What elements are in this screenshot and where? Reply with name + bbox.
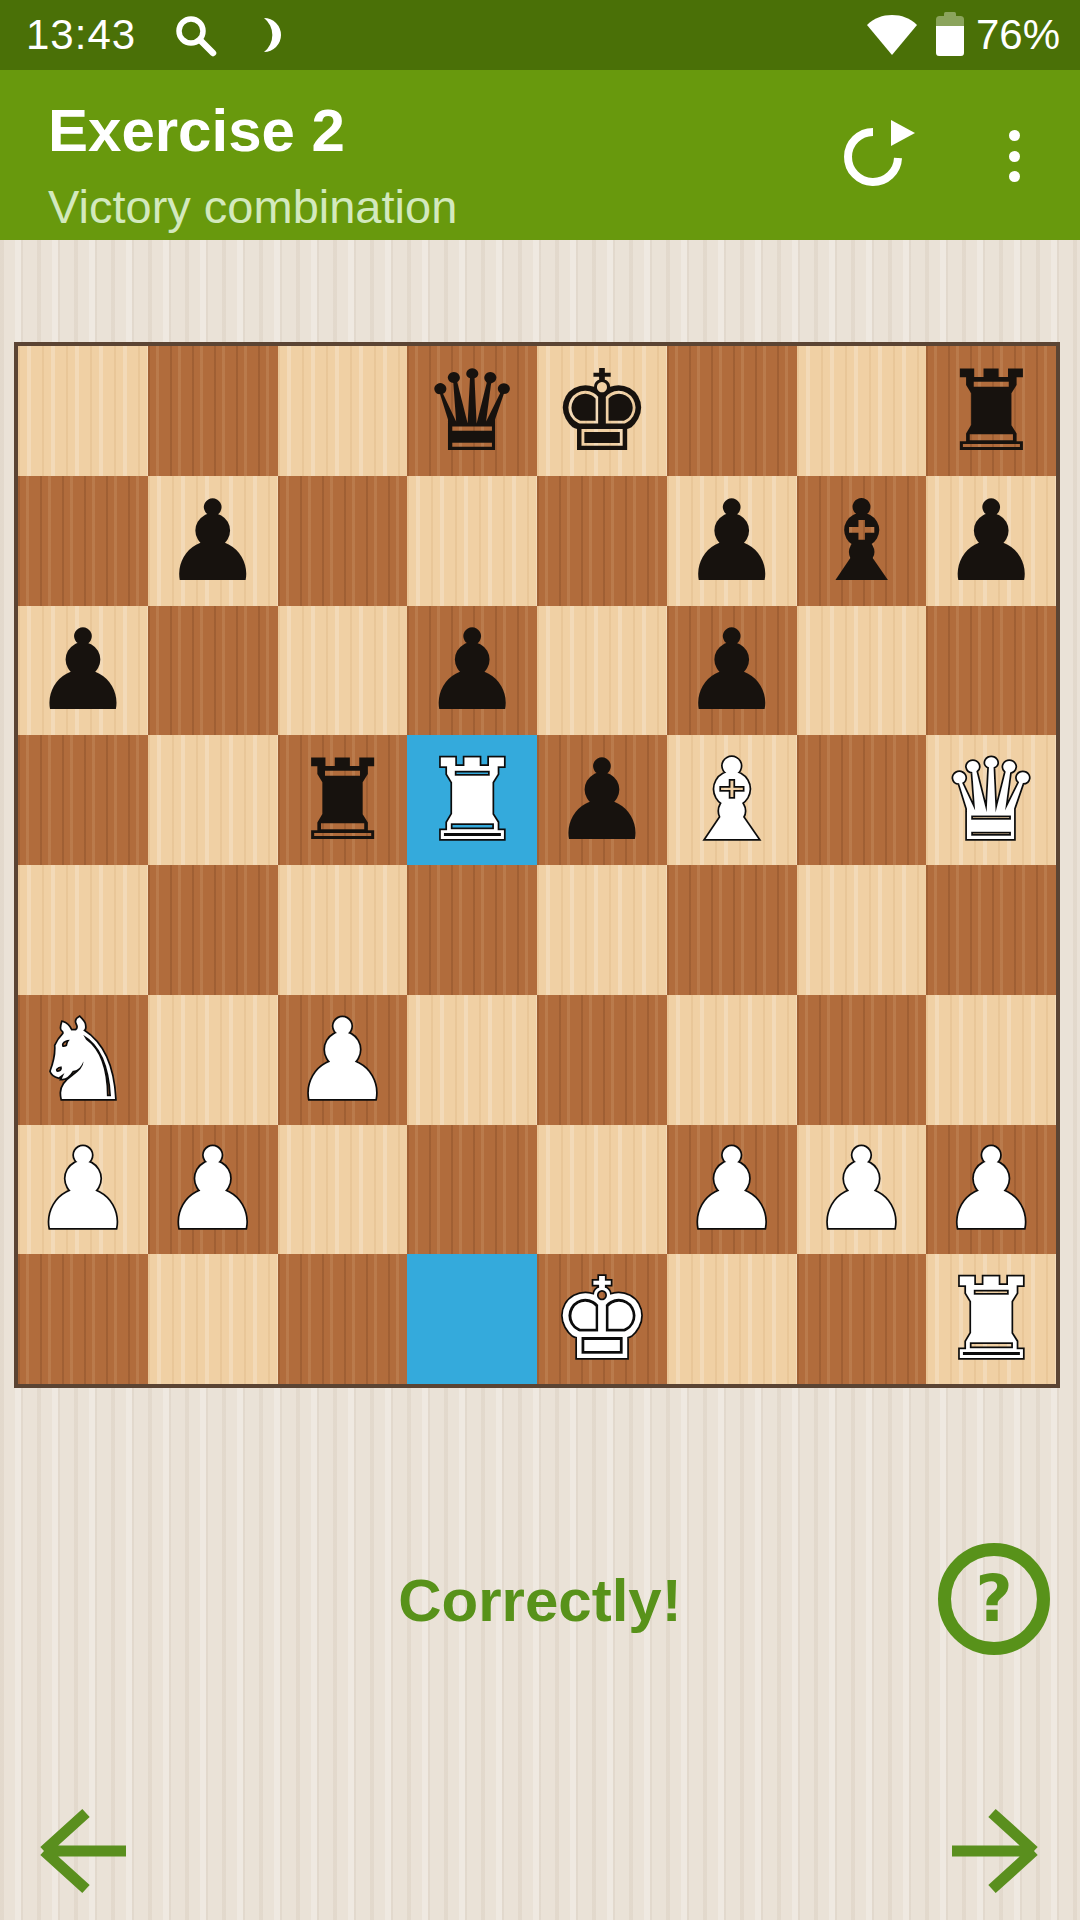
square-g8[interactable] [797, 346, 927, 476]
square-g5[interactable] [797, 735, 927, 865]
search-icon[interactable] [172, 12, 218, 58]
white-rook: ♜ [422, 737, 522, 863]
square-b2[interactable]: ♟ [148, 1125, 278, 1255]
square-e4[interactable] [537, 865, 667, 995]
square-d4[interactable] [407, 865, 537, 995]
square-b3[interactable] [148, 995, 278, 1125]
square-c2[interactable] [278, 1125, 408, 1255]
black-pawn: ♟ [162, 478, 262, 604]
square-a5[interactable] [18, 735, 148, 865]
square-a6[interactable]: ♟ [18, 606, 148, 736]
square-e7[interactable] [537, 476, 667, 606]
square-a1[interactable] [18, 1254, 148, 1384]
square-a4[interactable] [18, 865, 148, 995]
square-c7[interactable] [278, 476, 408, 606]
square-g1[interactable] [797, 1254, 927, 1384]
white-pawn: ♟ [941, 1126, 1041, 1252]
white-pawn: ♟ [681, 1126, 781, 1252]
square-d5[interactable]: ♜ [407, 735, 537, 865]
square-h3[interactable] [926, 995, 1056, 1125]
status-bar: 13:43 76% [0, 0, 1080, 70]
square-b8[interactable] [148, 346, 278, 476]
square-f5[interactable]: ♝ [667, 735, 797, 865]
chess-board: ♛♚♜♟♟♝♟♟♟♟♜♜♟♝♛♞♟♟♟♟♟♟♚♜ [14, 342, 1060, 1388]
prev-arrow-button[interactable] [28, 1806, 130, 1896]
square-d2[interactable] [407, 1125, 537, 1255]
square-h5[interactable]: ♛ [926, 735, 1056, 865]
square-b6[interactable] [148, 606, 278, 736]
black-rook: ♜ [292, 737, 392, 863]
black-pawn: ♟ [422, 607, 522, 733]
square-g3[interactable] [797, 995, 927, 1125]
square-f3[interactable] [667, 995, 797, 1125]
page-subtitle: Victory combination [48, 182, 457, 232]
black-bishop: ♝ [811, 478, 911, 604]
square-d8[interactable]: ♛ [407, 346, 537, 476]
square-d7[interactable] [407, 476, 537, 606]
overflow-dot [1009, 171, 1020, 182]
square-d1[interactable] [407, 1254, 537, 1384]
app-bar-titles: Exercise 2 Victory combination [48, 100, 457, 232]
next-arrow-button[interactable] [948, 1806, 1050, 1896]
square-h8[interactable]: ♜ [926, 346, 1056, 476]
square-a2[interactable]: ♟ [18, 1125, 148, 1255]
white-king: ♚ [552, 1256, 652, 1382]
square-a7[interactable] [18, 476, 148, 606]
white-pawn: ♟ [811, 1126, 911, 1252]
square-a3[interactable]: ♞ [18, 995, 148, 1125]
square-d6[interactable]: ♟ [407, 606, 537, 736]
square-e8[interactable]: ♚ [537, 346, 667, 476]
black-pawn: ♟ [33, 607, 133, 733]
square-d3[interactable] [407, 995, 537, 1125]
square-e2[interactable] [537, 1125, 667, 1255]
square-c8[interactable] [278, 346, 408, 476]
white-queen: ♛ [941, 737, 1041, 863]
square-f8[interactable] [667, 346, 797, 476]
white-pawn: ♟ [292, 997, 392, 1123]
square-e6[interactable] [537, 606, 667, 736]
square-b1[interactable] [148, 1254, 278, 1384]
app-bar: Exercise 2 Victory combination [0, 70, 1080, 240]
black-pawn: ♟ [552, 737, 652, 863]
white-knight: ♞ [33, 997, 133, 1123]
square-h4[interactable] [926, 865, 1056, 995]
square-g6[interactable] [797, 606, 927, 736]
square-b5[interactable] [148, 735, 278, 865]
square-c5[interactable]: ♜ [278, 735, 408, 865]
square-a8[interactable] [18, 346, 148, 476]
square-b7[interactable]: ♟ [148, 476, 278, 606]
square-e1[interactable]: ♚ [537, 1254, 667, 1384]
square-g4[interactable] [797, 865, 927, 995]
square-f4[interactable] [667, 865, 797, 995]
black-king: ♚ [552, 348, 652, 474]
overflow-menu-icon[interactable] [1002, 130, 1026, 182]
black-rook: ♜ [941, 348, 1041, 474]
square-c1[interactable] [278, 1254, 408, 1384]
square-c3[interactable]: ♟ [278, 995, 408, 1125]
page-title: Exercise 2 [48, 100, 457, 162]
moon-icon [248, 15, 284, 55]
question-mark-icon: ? [975, 1567, 1012, 1631]
square-c4[interactable] [278, 865, 408, 995]
wifi-icon [864, 13, 920, 57]
help-button[interactable]: ? [938, 1543, 1050, 1655]
white-pawn: ♟ [162, 1126, 262, 1252]
square-b4[interactable] [148, 865, 278, 995]
black-queen: ♛ [422, 348, 522, 474]
white-bishop: ♝ [681, 737, 781, 863]
refresh-icon[interactable] [835, 118, 919, 192]
square-f1[interactable] [667, 1254, 797, 1384]
screen: 13:43 76% Exercise 2 Victory combination [0, 0, 1080, 1920]
square-f6[interactable]: ♟ [667, 606, 797, 736]
black-pawn: ♟ [681, 607, 781, 733]
square-c6[interactable] [278, 606, 408, 736]
square-f2[interactable]: ♟ [667, 1125, 797, 1255]
battery-icon [934, 12, 966, 58]
feedback-text: Correctly! [0, 1566, 1080, 1635]
square-e3[interactable] [537, 995, 667, 1125]
status-time: 13:43 [26, 11, 136, 59]
square-f7[interactable]: ♟ [667, 476, 797, 606]
square-h1[interactable]: ♜ [926, 1254, 1056, 1384]
black-pawn: ♟ [941, 478, 1041, 604]
overflow-dot [1009, 130, 1020, 141]
square-g2[interactable]: ♟ [797, 1125, 927, 1255]
white-pawn: ♟ [33, 1126, 133, 1252]
white-rook: ♜ [941, 1256, 1041, 1382]
square-h2[interactable]: ♟ [926, 1125, 1056, 1255]
overflow-dot [1009, 151, 1020, 162]
square-e5[interactable]: ♟ [537, 735, 667, 865]
square-h6[interactable] [926, 606, 1056, 736]
black-pawn: ♟ [681, 478, 781, 604]
square-g7[interactable]: ♝ [797, 476, 927, 606]
battery-percent: 76% [976, 11, 1060, 59]
square-h7[interactable]: ♟ [926, 476, 1056, 606]
